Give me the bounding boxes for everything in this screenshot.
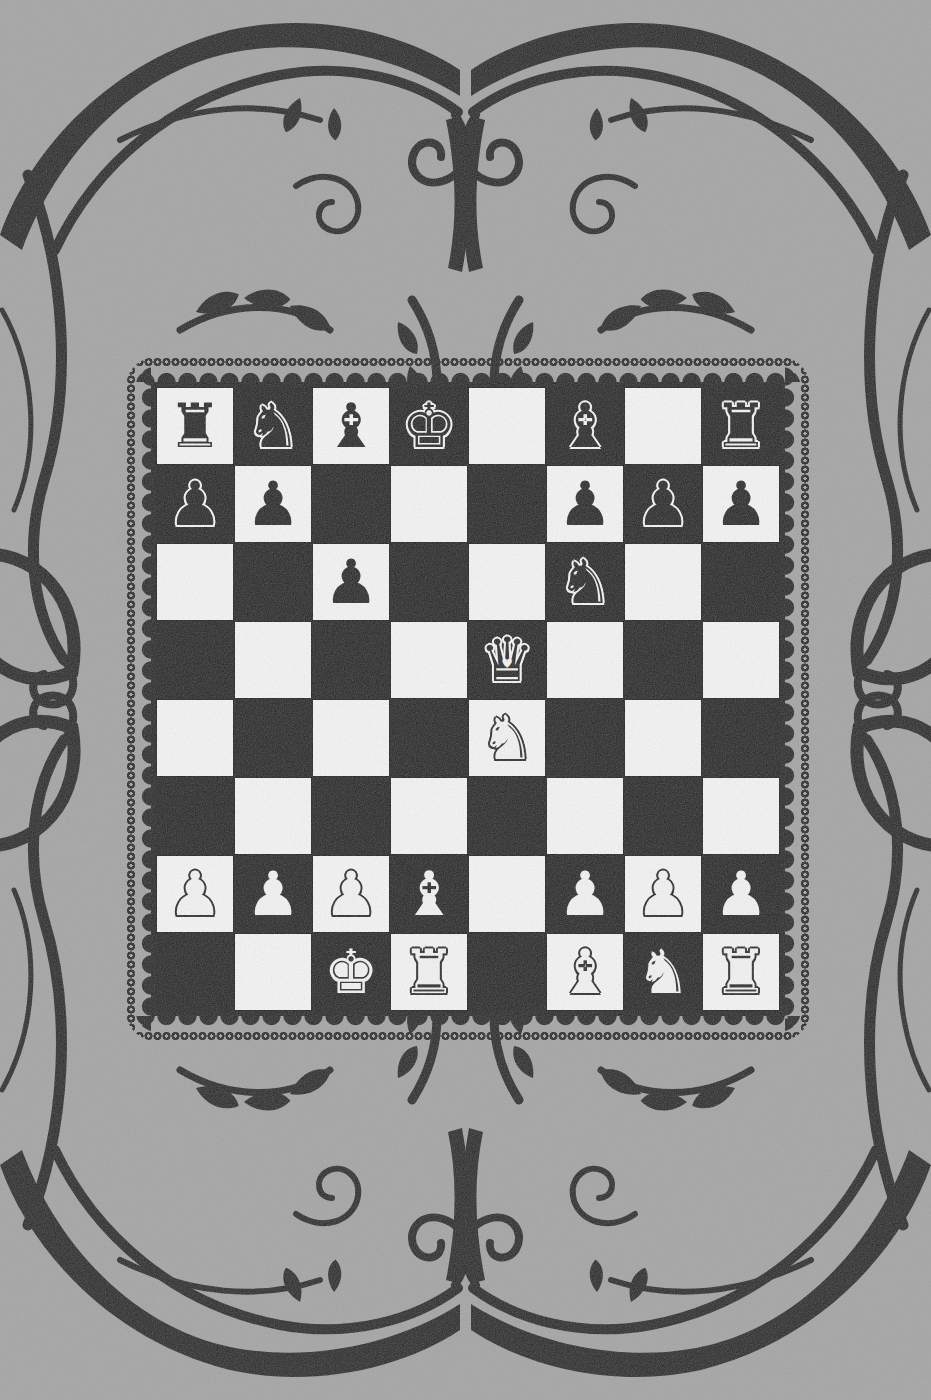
square-a2[interactable]: ♟ <box>156 855 234 933</box>
white-knight-e4[interactable]: ♞ <box>480 699 535 777</box>
white-pawn-a2[interactable]: ♟ <box>168 855 223 933</box>
white-rook-d1[interactable]: ♜ <box>402 933 457 1011</box>
white-king-c1[interactable]: ♚ <box>324 933 379 1011</box>
square-h4[interactable] <box>702 699 780 777</box>
square-b8[interactable]: ♞ <box>234 387 312 465</box>
square-e2[interactable] <box>468 855 546 933</box>
square-d1[interactable]: ♜ <box>390 933 468 1011</box>
black-rook-a8[interactable]: ♜ <box>168 387 223 465</box>
square-g6[interactable] <box>624 543 702 621</box>
square-h8[interactable]: ♜ <box>702 387 780 465</box>
square-e1[interactable] <box>468 933 546 1011</box>
black-queen-e5[interactable]: ♛ <box>480 621 535 699</box>
black-king-d8[interactable]: ♚ <box>402 387 457 465</box>
square-f7[interactable]: ♟ <box>546 465 624 543</box>
square-d8[interactable]: ♚ <box>390 387 468 465</box>
square-a1[interactable] <box>156 933 234 1011</box>
white-bishop-d2[interactable]: ♝ <box>402 855 457 933</box>
square-f6[interactable]: ♞ <box>546 543 624 621</box>
black-knight-f6[interactable]: ♞ <box>558 543 613 621</box>
square-d7[interactable] <box>390 465 468 543</box>
square-b3[interactable] <box>234 777 312 855</box>
square-g4[interactable] <box>624 699 702 777</box>
square-f5[interactable] <box>546 621 624 699</box>
square-e4[interactable]: ♞ <box>468 699 546 777</box>
square-a5[interactable] <box>156 621 234 699</box>
black-rook-h8[interactable]: ♜ <box>714 387 769 465</box>
square-f2[interactable]: ♟ <box>546 855 624 933</box>
square-h2[interactable]: ♟ <box>702 855 780 933</box>
white-pawn-h2[interactable]: ♟ <box>714 855 769 933</box>
square-c6[interactable]: ♟ <box>312 543 390 621</box>
white-pawn-c2[interactable]: ♟ <box>324 855 379 933</box>
square-e5[interactable]: ♛♥ <box>468 621 546 699</box>
illustrated-page: ♜♞♝♚♝♜♟♟♟♟♟♟♞♛♥♞♟♟♟♝♟♟♟♚♜♝♞♜ <box>0 0 931 1400</box>
square-c4[interactable] <box>312 699 390 777</box>
white-rook-h1[interactable]: ♜ <box>714 933 769 1011</box>
square-d6[interactable] <box>390 543 468 621</box>
white-bishop-f1[interactable]: ♝ <box>558 933 613 1011</box>
black-pawn-h7[interactable]: ♟ <box>714 465 769 543</box>
square-a7[interactable]: ♟ <box>156 465 234 543</box>
square-f3[interactable] <box>546 777 624 855</box>
square-g1[interactable]: ♞ <box>624 933 702 1011</box>
square-f1[interactable]: ♝ <box>546 933 624 1011</box>
square-d3[interactable] <box>390 777 468 855</box>
square-c8[interactable]: ♝ <box>312 387 390 465</box>
white-pawn-g2[interactable]: ♟ <box>636 855 691 933</box>
square-g5[interactable] <box>624 621 702 699</box>
square-e7[interactable] <box>468 465 546 543</box>
square-b5[interactable] <box>234 621 312 699</box>
square-c1[interactable]: ♚ <box>312 933 390 1011</box>
black-pawn-g7[interactable]: ♟ <box>636 465 691 543</box>
square-h7[interactable]: ♟ <box>702 465 780 543</box>
black-pawn-f7[interactable]: ♟ <box>558 465 613 543</box>
square-a3[interactable] <box>156 777 234 855</box>
white-pawn-b2[interactable]: ♟ <box>246 855 301 933</box>
square-f4[interactable] <box>546 699 624 777</box>
square-h3[interactable] <box>702 777 780 855</box>
square-h5[interactable] <box>702 621 780 699</box>
square-h1[interactable]: ♜ <box>702 933 780 1011</box>
black-bishop-c8[interactable]: ♝ <box>324 387 379 465</box>
square-g7[interactable]: ♟ <box>624 465 702 543</box>
square-g3[interactable] <box>624 777 702 855</box>
square-c2[interactable]: ♟ <box>312 855 390 933</box>
square-b6[interactable] <box>234 543 312 621</box>
square-a4[interactable] <box>156 699 234 777</box>
square-h6[interactable] <box>702 543 780 621</box>
square-e8[interactable] <box>468 387 546 465</box>
square-d4[interactable] <box>390 699 468 777</box>
square-f8[interactable]: ♝ <box>546 387 624 465</box>
black-pawn-a7[interactable]: ♟ <box>168 465 223 543</box>
square-a6[interactable] <box>156 543 234 621</box>
white-pawn-f2[interactable]: ♟ <box>558 855 613 933</box>
square-e3[interactable] <box>468 777 546 855</box>
square-b4[interactable] <box>234 699 312 777</box>
square-c3[interactable] <box>312 777 390 855</box>
square-c7[interactable] <box>312 465 390 543</box>
black-bishop-f8[interactable]: ♝ <box>558 387 613 465</box>
square-g8[interactable] <box>624 387 702 465</box>
black-pawn-c6[interactable]: ♟ <box>324 543 379 621</box>
square-g2[interactable]: ♟ <box>624 855 702 933</box>
black-pawn-b7[interactable]: ♟ <box>246 465 301 543</box>
white-knight-g1[interactable]: ♞ <box>636 933 691 1011</box>
square-c5[interactable] <box>312 621 390 699</box>
square-d5[interactable] <box>390 621 468 699</box>
square-b7[interactable]: ♟ <box>234 465 312 543</box>
square-e6[interactable] <box>468 543 546 621</box>
chessboard-frame: ♜♞♝♚♝♜♟♟♟♟♟♟♞♛♥♞♟♟♟♝♟♟♟♚♜♝♞♜ <box>151 382 785 1016</box>
square-b2[interactable]: ♟ <box>234 855 312 933</box>
square-a8[interactable]: ♜ <box>156 387 234 465</box>
chessboard[interactable]: ♜♞♝♚♝♜♟♟♟♟♟♟♞♛♥♞♟♟♟♝♟♟♟♚♜♝♞♜ <box>151 382 785 1016</box>
square-d2[interactable]: ♝ <box>390 855 468 933</box>
black-knight-b8[interactable]: ♞ <box>246 387 301 465</box>
square-b1[interactable] <box>234 933 312 1011</box>
